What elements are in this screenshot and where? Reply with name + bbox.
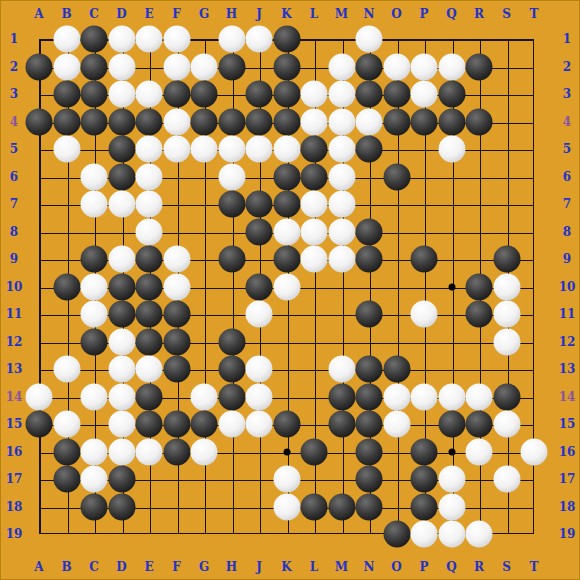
intersection-M2[interactable] <box>328 53 356 81</box>
intersection-F9[interactable] <box>163 245 191 273</box>
intersection-J19[interactable] <box>245 520 273 548</box>
intersection-J4[interactable] <box>245 108 273 136</box>
intersection-C5[interactable] <box>80 135 108 163</box>
intersection-M9[interactable] <box>328 245 356 273</box>
intersection-D14[interactable] <box>108 383 136 411</box>
intersection-R8[interactable] <box>465 218 493 246</box>
intersection-C13[interactable] <box>80 355 108 383</box>
intersection-F17[interactable] <box>163 465 191 493</box>
intersection-P9[interactable] <box>410 245 438 273</box>
intersection-P4[interactable] <box>410 108 438 136</box>
intersection-R16[interactable] <box>465 438 493 466</box>
intersection-A2[interactable] <box>25 53 53 81</box>
intersection-D8[interactable] <box>108 218 136 246</box>
intersection-C11[interactable] <box>80 300 108 328</box>
intersection-M12[interactable] <box>328 328 356 356</box>
intersection-J1[interactable] <box>245 25 273 53</box>
intersection-M6[interactable] <box>328 163 356 191</box>
intersection-F6[interactable] <box>163 163 191 191</box>
intersection-N10[interactable] <box>355 273 383 301</box>
intersection-T4[interactable] <box>520 108 548 136</box>
intersection-E8[interactable] <box>135 218 163 246</box>
intersection-F5[interactable] <box>163 135 191 163</box>
intersection-H6[interactable] <box>218 163 246 191</box>
intersection-R11[interactable] <box>465 300 493 328</box>
intersection-P1[interactable] <box>410 25 438 53</box>
intersection-F15[interactable] <box>163 410 191 438</box>
intersection-B1[interactable] <box>53 25 81 53</box>
intersection-R7[interactable] <box>465 190 493 218</box>
intersection-D15[interactable] <box>108 410 136 438</box>
intersection-K6[interactable] <box>273 163 301 191</box>
intersection-N11[interactable] <box>355 300 383 328</box>
intersection-T14[interactable] <box>520 383 548 411</box>
intersection-K11[interactable] <box>273 300 301 328</box>
intersection-J6[interactable] <box>245 163 273 191</box>
intersection-O5[interactable] <box>383 135 411 163</box>
intersection-E13[interactable] <box>135 355 163 383</box>
intersection-P3[interactable] <box>410 80 438 108</box>
intersection-T12[interactable] <box>520 328 548 356</box>
intersection-C19[interactable] <box>80 520 108 548</box>
intersection-B13[interactable] <box>53 355 81 383</box>
intersection-C14[interactable] <box>80 383 108 411</box>
intersection-M7[interactable] <box>328 190 356 218</box>
intersection-T15[interactable] <box>520 410 548 438</box>
intersection-D10[interactable] <box>108 273 136 301</box>
intersection-S3[interactable] <box>493 80 521 108</box>
intersection-J3[interactable] <box>245 80 273 108</box>
intersection-F13[interactable] <box>163 355 191 383</box>
intersection-R13[interactable] <box>465 355 493 383</box>
intersection-B5[interactable] <box>53 135 81 163</box>
intersection-O9[interactable] <box>383 245 411 273</box>
intersection-P7[interactable] <box>410 190 438 218</box>
intersection-J12[interactable] <box>245 328 273 356</box>
intersection-P18[interactable] <box>410 493 438 521</box>
intersection-J10[interactable] <box>245 273 273 301</box>
intersection-H8[interactable] <box>218 218 246 246</box>
intersection-J14[interactable] <box>245 383 273 411</box>
intersection-B12[interactable] <box>53 328 81 356</box>
intersection-A11[interactable] <box>25 300 53 328</box>
intersection-O17[interactable] <box>383 465 411 493</box>
intersection-F11[interactable] <box>163 300 191 328</box>
intersection-R15[interactable] <box>465 410 493 438</box>
intersection-G11[interactable] <box>190 300 218 328</box>
intersection-P11[interactable] <box>410 300 438 328</box>
intersection-E3[interactable] <box>135 80 163 108</box>
intersection-J9[interactable] <box>245 245 273 273</box>
intersection-A13[interactable] <box>25 355 53 383</box>
intersection-D2[interactable] <box>108 53 136 81</box>
intersection-K1[interactable] <box>273 25 301 53</box>
intersection-O7[interactable] <box>383 190 411 218</box>
intersection-Q19[interactable] <box>438 520 466 548</box>
intersection-M13[interactable] <box>328 355 356 383</box>
intersection-M10[interactable] <box>328 273 356 301</box>
intersection-S19[interactable] <box>493 520 521 548</box>
intersection-L12[interactable] <box>300 328 328 356</box>
intersection-S2[interactable] <box>493 53 521 81</box>
intersection-E19[interactable] <box>135 520 163 548</box>
intersection-N7[interactable] <box>355 190 383 218</box>
intersection-F19[interactable] <box>163 520 191 548</box>
intersection-N19[interactable] <box>355 520 383 548</box>
intersection-G2[interactable] <box>190 53 218 81</box>
intersection-A5[interactable] <box>25 135 53 163</box>
intersection-P6[interactable] <box>410 163 438 191</box>
intersection-K17[interactable] <box>273 465 301 493</box>
intersection-P13[interactable] <box>410 355 438 383</box>
intersection-K7[interactable] <box>273 190 301 218</box>
intersection-K13[interactable] <box>273 355 301 383</box>
intersection-B4[interactable] <box>53 108 81 136</box>
intersection-T6[interactable] <box>520 163 548 191</box>
intersection-T9[interactable] <box>520 245 548 273</box>
intersection-G10[interactable] <box>190 273 218 301</box>
intersection-S18[interactable] <box>493 493 521 521</box>
intersection-A7[interactable] <box>25 190 53 218</box>
intersection-A14[interactable] <box>25 383 53 411</box>
intersection-P15[interactable] <box>410 410 438 438</box>
intersection-R9[interactable] <box>465 245 493 273</box>
intersection-H9[interactable] <box>218 245 246 273</box>
intersection-H13[interactable] <box>218 355 246 383</box>
intersection-O14[interactable] <box>383 383 411 411</box>
intersection-C18[interactable] <box>80 493 108 521</box>
intersection-C15[interactable] <box>80 410 108 438</box>
intersection-G8[interactable] <box>190 218 218 246</box>
intersection-O16[interactable] <box>383 438 411 466</box>
intersection-G1[interactable] <box>190 25 218 53</box>
intersection-G16[interactable] <box>190 438 218 466</box>
intersection-A8[interactable] <box>25 218 53 246</box>
intersection-M18[interactable] <box>328 493 356 521</box>
intersection-B11[interactable] <box>53 300 81 328</box>
intersection-F8[interactable] <box>163 218 191 246</box>
intersection-B7[interactable] <box>53 190 81 218</box>
intersection-J16[interactable] <box>245 438 273 466</box>
intersection-D19[interactable] <box>108 520 136 548</box>
intersection-Q2[interactable] <box>438 53 466 81</box>
intersection-N8[interactable] <box>355 218 383 246</box>
intersection-K19[interactable] <box>273 520 301 548</box>
intersection-E15[interactable] <box>135 410 163 438</box>
intersection-S1[interactable] <box>493 25 521 53</box>
intersection-L2[interactable] <box>300 53 328 81</box>
intersection-E9[interactable] <box>135 245 163 273</box>
intersection-B9[interactable] <box>53 245 81 273</box>
intersection-L6[interactable] <box>300 163 328 191</box>
intersection-B10[interactable] <box>53 273 81 301</box>
intersection-P2[interactable] <box>410 53 438 81</box>
intersection-J18[interactable] <box>245 493 273 521</box>
intersection-A9[interactable] <box>25 245 53 273</box>
intersection-O2[interactable] <box>383 53 411 81</box>
intersection-T2[interactable] <box>520 53 548 81</box>
intersection-P19[interactable] <box>410 520 438 548</box>
intersection-D9[interactable] <box>108 245 136 273</box>
intersection-B16[interactable] <box>53 438 81 466</box>
intersection-K14[interactable] <box>273 383 301 411</box>
intersection-H11[interactable] <box>218 300 246 328</box>
intersection-N9[interactable] <box>355 245 383 273</box>
intersection-N3[interactable] <box>355 80 383 108</box>
intersection-M16[interactable] <box>328 438 356 466</box>
intersection-C2[interactable] <box>80 53 108 81</box>
intersection-L5[interactable] <box>300 135 328 163</box>
intersection-D5[interactable] <box>108 135 136 163</box>
intersection-O1[interactable] <box>383 25 411 53</box>
intersection-F4[interactable] <box>163 108 191 136</box>
intersection-P8[interactable] <box>410 218 438 246</box>
intersection-S13[interactable] <box>493 355 521 383</box>
intersection-L7[interactable] <box>300 190 328 218</box>
intersection-H12[interactable] <box>218 328 246 356</box>
intersection-N1[interactable] <box>355 25 383 53</box>
intersection-L17[interactable] <box>300 465 328 493</box>
intersection-G6[interactable] <box>190 163 218 191</box>
intersection-F14[interactable] <box>163 383 191 411</box>
intersection-K2[interactable] <box>273 53 301 81</box>
intersection-L15[interactable] <box>300 410 328 438</box>
intersection-D7[interactable] <box>108 190 136 218</box>
intersection-J2[interactable] <box>245 53 273 81</box>
intersection-L9[interactable] <box>300 245 328 273</box>
intersection-A19[interactable] <box>25 520 53 548</box>
intersection-J5[interactable] <box>245 135 273 163</box>
intersection-G7[interactable] <box>190 190 218 218</box>
intersection-F16[interactable] <box>163 438 191 466</box>
intersection-S7[interactable] <box>493 190 521 218</box>
intersection-H18[interactable] <box>218 493 246 521</box>
intersection-A18[interactable] <box>25 493 53 521</box>
intersection-K16[interactable] <box>273 438 301 466</box>
intersection-K12[interactable] <box>273 328 301 356</box>
intersection-G12[interactable] <box>190 328 218 356</box>
intersection-T13[interactable] <box>520 355 548 383</box>
intersection-J7[interactable] <box>245 190 273 218</box>
intersection-M4[interactable] <box>328 108 356 136</box>
intersection-L10[interactable] <box>300 273 328 301</box>
intersection-C1[interactable] <box>80 25 108 53</box>
intersection-T7[interactable] <box>520 190 548 218</box>
intersection-Q14[interactable] <box>438 383 466 411</box>
intersection-K15[interactable] <box>273 410 301 438</box>
intersection-E12[interactable] <box>135 328 163 356</box>
intersection-S14[interactable] <box>493 383 521 411</box>
intersection-F1[interactable] <box>163 25 191 53</box>
intersection-S9[interactable] <box>493 245 521 273</box>
intersection-Q10[interactable] <box>438 273 466 301</box>
intersection-G5[interactable] <box>190 135 218 163</box>
intersection-Q11[interactable] <box>438 300 466 328</box>
intersection-E11[interactable] <box>135 300 163 328</box>
intersection-Q15[interactable] <box>438 410 466 438</box>
intersection-Q5[interactable] <box>438 135 466 163</box>
intersection-L18[interactable] <box>300 493 328 521</box>
intersection-P5[interactable] <box>410 135 438 163</box>
intersection-A3[interactable] <box>25 80 53 108</box>
intersection-B6[interactable] <box>53 163 81 191</box>
intersection-T5[interactable] <box>520 135 548 163</box>
intersection-F10[interactable] <box>163 273 191 301</box>
intersection-R14[interactable] <box>465 383 493 411</box>
intersection-C16[interactable] <box>80 438 108 466</box>
intersection-H4[interactable] <box>218 108 246 136</box>
intersection-E10[interactable] <box>135 273 163 301</box>
intersection-E2[interactable] <box>135 53 163 81</box>
intersection-A10[interactable] <box>25 273 53 301</box>
intersection-R19[interactable] <box>465 520 493 548</box>
intersection-R6[interactable] <box>465 163 493 191</box>
intersection-J13[interactable] <box>245 355 273 383</box>
intersection-T19[interactable] <box>520 520 548 548</box>
intersection-T10[interactable] <box>520 273 548 301</box>
intersection-Q8[interactable] <box>438 218 466 246</box>
intersection-T17[interactable] <box>520 465 548 493</box>
intersection-L16[interactable] <box>300 438 328 466</box>
intersection-A4[interactable] <box>25 108 53 136</box>
intersection-O10[interactable] <box>383 273 411 301</box>
intersection-L3[interactable] <box>300 80 328 108</box>
intersection-F7[interactable] <box>163 190 191 218</box>
intersection-P14[interactable] <box>410 383 438 411</box>
intersection-G18[interactable] <box>190 493 218 521</box>
intersection-H17[interactable] <box>218 465 246 493</box>
intersection-B19[interactable] <box>53 520 81 548</box>
intersection-S12[interactable] <box>493 328 521 356</box>
intersection-D13[interactable] <box>108 355 136 383</box>
intersection-S6[interactable] <box>493 163 521 191</box>
intersection-E6[interactable] <box>135 163 163 191</box>
intersection-H15[interactable] <box>218 410 246 438</box>
intersection-K4[interactable] <box>273 108 301 136</box>
intersection-T16[interactable] <box>520 438 548 466</box>
intersection-R1[interactable] <box>465 25 493 53</box>
intersection-B15[interactable] <box>53 410 81 438</box>
intersection-E14[interactable] <box>135 383 163 411</box>
intersection-E18[interactable] <box>135 493 163 521</box>
intersection-H2[interactable] <box>218 53 246 81</box>
intersection-L14[interactable] <box>300 383 328 411</box>
intersection-G4[interactable] <box>190 108 218 136</box>
intersection-H7[interactable] <box>218 190 246 218</box>
intersection-O18[interactable] <box>383 493 411 521</box>
intersection-L13[interactable] <box>300 355 328 383</box>
intersection-C9[interactable] <box>80 245 108 273</box>
intersection-F2[interactable] <box>163 53 191 81</box>
intersection-A1[interactable] <box>25 25 53 53</box>
intersection-N14[interactable] <box>355 383 383 411</box>
intersection-N6[interactable] <box>355 163 383 191</box>
intersection-Q13[interactable] <box>438 355 466 383</box>
intersection-O13[interactable] <box>383 355 411 383</box>
intersection-K10[interactable] <box>273 273 301 301</box>
intersection-N17[interactable] <box>355 465 383 493</box>
intersection-N16[interactable] <box>355 438 383 466</box>
intersection-J15[interactable] <box>245 410 273 438</box>
intersection-N12[interactable] <box>355 328 383 356</box>
intersection-M11[interactable] <box>328 300 356 328</box>
intersection-S5[interactable] <box>493 135 521 163</box>
intersection-Q12[interactable] <box>438 328 466 356</box>
intersection-D12[interactable] <box>108 328 136 356</box>
intersection-O6[interactable] <box>383 163 411 191</box>
intersection-S10[interactable] <box>493 273 521 301</box>
intersection-L19[interactable] <box>300 520 328 548</box>
intersection-A12[interactable] <box>25 328 53 356</box>
intersection-E5[interactable] <box>135 135 163 163</box>
intersection-G14[interactable] <box>190 383 218 411</box>
intersection-P12[interactable] <box>410 328 438 356</box>
intersection-R4[interactable] <box>465 108 493 136</box>
intersection-S4[interactable] <box>493 108 521 136</box>
intersection-Q16[interactable] <box>438 438 466 466</box>
intersection-Q1[interactable] <box>438 25 466 53</box>
intersection-M3[interactable] <box>328 80 356 108</box>
intersection-S17[interactable] <box>493 465 521 493</box>
intersection-M5[interactable] <box>328 135 356 163</box>
intersection-C8[interactable] <box>80 218 108 246</box>
intersection-K8[interactable] <box>273 218 301 246</box>
intersection-B8[interactable] <box>53 218 81 246</box>
intersection-D18[interactable] <box>108 493 136 521</box>
intersection-T1[interactable] <box>520 25 548 53</box>
intersection-C3[interactable] <box>80 80 108 108</box>
intersection-O8[interactable] <box>383 218 411 246</box>
intersection-M17[interactable] <box>328 465 356 493</box>
intersection-K18[interactable] <box>273 493 301 521</box>
intersection-T3[interactable] <box>520 80 548 108</box>
intersection-R18[interactable] <box>465 493 493 521</box>
intersection-C17[interactable] <box>80 465 108 493</box>
intersection-B18[interactable] <box>53 493 81 521</box>
intersection-O15[interactable] <box>383 410 411 438</box>
intersection-N5[interactable] <box>355 135 383 163</box>
intersection-Q7[interactable] <box>438 190 466 218</box>
intersection-H1[interactable] <box>218 25 246 53</box>
intersection-Q4[interactable] <box>438 108 466 136</box>
intersection-G3[interactable] <box>190 80 218 108</box>
intersection-O11[interactable] <box>383 300 411 328</box>
intersection-J8[interactable] <box>245 218 273 246</box>
intersection-L1[interactable] <box>300 25 328 53</box>
intersection-D16[interactable] <box>108 438 136 466</box>
intersection-D11[interactable] <box>108 300 136 328</box>
intersection-O4[interactable] <box>383 108 411 136</box>
intersection-H5[interactable] <box>218 135 246 163</box>
intersection-B17[interactable] <box>53 465 81 493</box>
intersection-C4[interactable] <box>80 108 108 136</box>
intersection-K9[interactable] <box>273 245 301 273</box>
intersection-L8[interactable] <box>300 218 328 246</box>
intersection-D1[interactable] <box>108 25 136 53</box>
intersection-N2[interactable] <box>355 53 383 81</box>
intersection-P10[interactable] <box>410 273 438 301</box>
intersection-N18[interactable] <box>355 493 383 521</box>
intersection-T18[interactable] <box>520 493 548 521</box>
intersection-R17[interactable] <box>465 465 493 493</box>
intersection-Q6[interactable] <box>438 163 466 191</box>
intersection-E1[interactable] <box>135 25 163 53</box>
intersection-E7[interactable] <box>135 190 163 218</box>
intersection-D17[interactable] <box>108 465 136 493</box>
intersection-Q18[interactable] <box>438 493 466 521</box>
intersection-G17[interactable] <box>190 465 218 493</box>
intersection-G13[interactable] <box>190 355 218 383</box>
